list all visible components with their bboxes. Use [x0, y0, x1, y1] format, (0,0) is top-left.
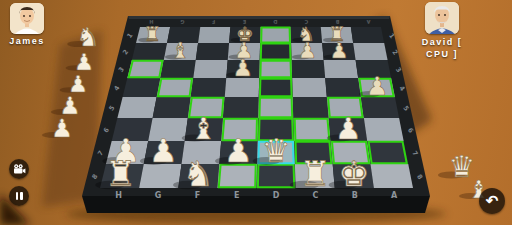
square-b4[interactable]: [153, 97, 191, 118]
file-label-far-A: A: [366, 19, 370, 25]
avatar-black-player: [425, 2, 459, 34]
piece-black-bishop-b7[interactable]: ♝: [171, 38, 190, 63]
piece-white-rook-f1[interactable]: ♜: [299, 154, 330, 194]
captured-left-pawn-4: ♟: [51, 114, 73, 143]
file-label-far-F: F: [212, 19, 215, 25]
movie-camera-icon: [13, 164, 26, 174]
square-c5[interactable]: [191, 78, 227, 97]
piece-white-bishop-c3[interactable]: ♝: [190, 111, 217, 146]
piece-white-queen-e2[interactable]: ♛: [261, 132, 290, 170]
piece-black-pawn-d6[interactable]: ♟: [232, 54, 253, 82]
piece-white-pawn-g3[interactable]: ♟: [335, 111, 362, 146]
file-label-far-D: D: [273, 19, 277, 25]
square-a4[interactable]: [117, 97, 156, 118]
square-e6[interactable]: [259, 60, 292, 78]
piece-black-pawn-h5[interactable]: ♟: [366, 71, 389, 101]
avatar-black-face-icon: [425, 2, 459, 34]
file-label-near-E: E: [234, 191, 239, 200]
file-label-near-A: A: [391, 191, 398, 200]
file-label-near-G: G: [155, 191, 162, 200]
piece-black-pawn-g7[interactable]: ♟: [330, 38, 349, 63]
avatar-white-face-icon: [10, 3, 44, 34]
square-e8[interactable]: [260, 27, 291, 43]
white-player-name: James: [0, 36, 62, 46]
square-h1[interactable]: [370, 164, 413, 188]
piece-black-pawn-f7[interactable]: ♟: [298, 38, 317, 63]
square-c7[interactable]: [196, 43, 229, 60]
captured-left-knight-0: ♞: [76, 22, 99, 52]
square-e7[interactable]: [260, 43, 292, 60]
piece-white-king-g1[interactable]: ♚: [338, 154, 369, 194]
square-d4[interactable]: [223, 97, 259, 118]
square-h7[interactable]: [353, 43, 387, 60]
square-b5[interactable]: [157, 78, 194, 97]
avatar-white-player: [10, 3, 44, 34]
game-screen: HGFEDCBAHGFEDCBA1234567812345678♜♚♞♜♝♟♟♟…: [0, 0, 512, 225]
square-c6[interactable]: [193, 60, 227, 78]
square-e5[interactable]: [259, 78, 293, 97]
square-c8[interactable]: [198, 27, 230, 43]
camera-view-button[interactable]: [9, 159, 29, 179]
board-frame-front: [82, 196, 430, 213]
piece-white-knight-c1[interactable]: ♞: [183, 154, 214, 194]
undo-move-button[interactable]: ↶: [479, 188, 505, 214]
file-label-far-G: G: [180, 19, 184, 25]
square-h8[interactable]: [351, 27, 384, 43]
square-g5[interactable]: [325, 78, 361, 97]
pause-icon: [16, 192, 23, 200]
piece-black-rook-a8[interactable]: ♜: [144, 23, 162, 46]
square-f4[interactable]: [293, 97, 329, 118]
square-f3[interactable]: [293, 118, 330, 141]
square-e4[interactable]: [258, 97, 293, 118]
black-player-name-line2: CPU ]: [407, 49, 477, 59]
file-label-near-D: D: [273, 191, 280, 200]
square-a5[interactable]: [123, 78, 161, 97]
piece-white-pawn-d2[interactable]: ♟: [224, 132, 253, 170]
pause-button[interactable]: [9, 186, 29, 206]
piece-white-rook-a1[interactable]: ♜: [105, 154, 136, 194]
square-h3[interactable]: [364, 118, 404, 141]
square-f5[interactable]: [292, 78, 327, 97]
piece-white-pawn-b2[interactable]: ♟: [149, 132, 178, 170]
undo-arrow-icon: ↶: [486, 193, 499, 208]
black-player-name-line1: David [: [407, 37, 477, 47]
